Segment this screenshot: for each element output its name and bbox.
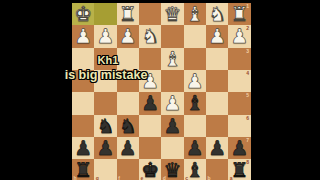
piece-bP-e5: ♟ [141,93,159,113]
square-f3[interactable] [117,48,139,70]
square-f1[interactable]: ♜ [117,3,139,25]
square-f2[interactable]: ♟ [117,25,139,47]
rank-label-4: 4 [246,71,249,76]
file-label-b: b [207,176,210,180]
piece-wP-c4: ♟ [186,71,204,91]
square-b5[interactable] [206,92,228,114]
video-frame: ♚♜♛♝♞♜1♟♟♟♞♟♟2♝3♟♟4♟♟♝5♞♞♟6♟♟♟♟♟♟7♜hgf♚e… [0,0,320,180]
piece-bB-c5: ♝ [186,93,204,113]
square-c7[interactable]: ♟ [184,137,206,159]
piece-bQ-d8: ♛ [164,160,182,180]
square-b8[interactable]: b [206,159,228,180]
square-h6[interactable] [72,115,94,137]
square-e8[interactable]: ♚e [139,159,161,180]
piece-bP-d6: ♟ [164,115,182,135]
square-d7[interactable] [161,137,183,159]
rank-label-3: 3 [246,49,249,54]
square-b2[interactable]: ♟ [206,25,228,47]
piece-bR-a8: ♜ [230,160,248,180]
square-h3[interactable] [72,48,94,70]
square-e7[interactable] [139,137,161,159]
square-e2[interactable]: ♞ [139,25,161,47]
square-a6[interactable]: 6 [228,115,250,137]
square-g5[interactable] [94,92,116,114]
rank-label-5: 5 [246,93,249,98]
square-b3[interactable] [206,48,228,70]
piece-wN-b1: ♞ [208,4,226,24]
square-g6[interactable]: ♞ [94,115,116,137]
square-h7[interactable]: ♟ [72,137,94,159]
square-f6[interactable]: ♞ [117,115,139,137]
piece-bN-g6: ♞ [97,115,115,135]
square-c1[interactable]: ♝ [184,3,206,25]
piece-wP-g2: ♟ [97,26,115,46]
square-f8[interactable]: f [117,159,139,180]
square-a5[interactable]: 5 [228,92,250,114]
square-a3[interactable]: 3 [228,48,250,70]
square-f5[interactable] [117,92,139,114]
piece-wQ-d1: ♛ [164,4,182,24]
square-d6[interactable]: ♟ [161,115,183,137]
file-label-f: f [118,176,120,180]
piece-bP-a7: ♟ [230,138,248,158]
square-c3[interactable] [184,48,206,70]
rank-label-7: 7 [246,138,249,143]
piece-wB-d3: ♝ [164,48,182,68]
square-d3[interactable]: ♝ [161,48,183,70]
square-d4[interactable] [161,70,183,92]
square-a2[interactable]: ♟2 [228,25,250,47]
caption-comment: is big mistake [65,68,148,82]
square-h2[interactable]: ♟ [72,25,94,47]
square-e1[interactable] [139,3,161,25]
square-h8[interactable]: ♜h [72,159,94,180]
piece-bN-f6: ♞ [119,115,137,135]
piece-bP-h7: ♟ [74,138,92,158]
piece-wP-d5: ♟ [164,93,182,113]
file-label-d: d [163,176,166,180]
piece-bP-c7: ♟ [186,138,204,158]
square-b7[interactable]: ♟ [206,137,228,159]
square-c2[interactable] [184,25,206,47]
rank-label-8: 8 [246,160,249,165]
rank-label-6: 6 [246,116,249,121]
square-h1[interactable]: ♚ [72,3,94,25]
file-label-g: g [96,176,99,180]
piece-bB-c8: ♝ [186,160,204,180]
square-g7[interactable]: ♟ [94,137,116,159]
piece-wK-h1: ♚ [74,4,92,24]
right-letterbox-bar [251,0,320,180]
piece-wP-h2: ♟ [74,26,92,46]
square-c5[interactable]: ♝ [184,92,206,114]
square-b1[interactable]: ♞ [206,3,228,25]
piece-wR-a1: ♜ [230,4,248,24]
square-e5[interactable]: ♟ [139,92,161,114]
square-b4[interactable] [206,70,228,92]
square-d1[interactable]: ♛ [161,3,183,25]
square-g8[interactable]: g [94,159,116,180]
piece-wP-f2: ♟ [119,26,137,46]
square-c6[interactable] [184,115,206,137]
square-a4[interactable]: 4 [228,70,250,92]
piece-bP-b7: ♟ [208,138,226,158]
piece-wP-b2: ♟ [208,26,226,46]
square-a8[interactable]: ♜8a [228,159,250,180]
square-a1[interactable]: ♜1 [228,3,250,25]
square-g1[interactable] [94,3,116,25]
square-g2[interactable]: ♟ [94,25,116,47]
square-f7[interactable]: ♟ [117,137,139,159]
square-e3[interactable] [139,48,161,70]
piece-wP-a2: ♟ [230,26,248,46]
piece-bP-g7: ♟ [97,138,115,158]
piece-bP-f7: ♟ [119,138,137,158]
left-letterbox-bar [0,0,72,180]
rank-label-2: 2 [246,26,249,31]
square-b6[interactable] [206,115,228,137]
rank-label-1: 1 [246,4,249,9]
file-label-e: e [140,176,143,180]
caption-move: Kh1 [98,54,119,66]
square-h5[interactable] [72,92,94,114]
piece-bK-e8: ♚ [141,160,159,180]
piece-wR-f1: ♜ [119,4,137,24]
square-c4[interactable]: ♟ [184,70,206,92]
square-e6[interactable] [139,115,161,137]
file-label-c: c [185,176,188,180]
square-d8[interactable]: ♛d [161,159,183,180]
file-label-a: a [230,176,233,180]
piece-wB-c1: ♝ [186,4,204,24]
piece-bR-h8: ♜ [74,160,92,180]
piece-wN-e2: ♞ [141,26,159,46]
chess-board: ♚♜♛♝♞♜1♟♟♟♞♟♟2♝3♟♟4♟♟♝5♞♞♟6♟♟♟♟♟♟7♜hgf♚e… [72,3,251,180]
file-label-h: h [74,176,77,180]
square-d2[interactable] [161,25,183,47]
square-a7[interactable]: ♟7 [228,137,250,159]
square-c8[interactable]: ♝c [184,159,206,180]
square-d5[interactable]: ♟ [161,92,183,114]
